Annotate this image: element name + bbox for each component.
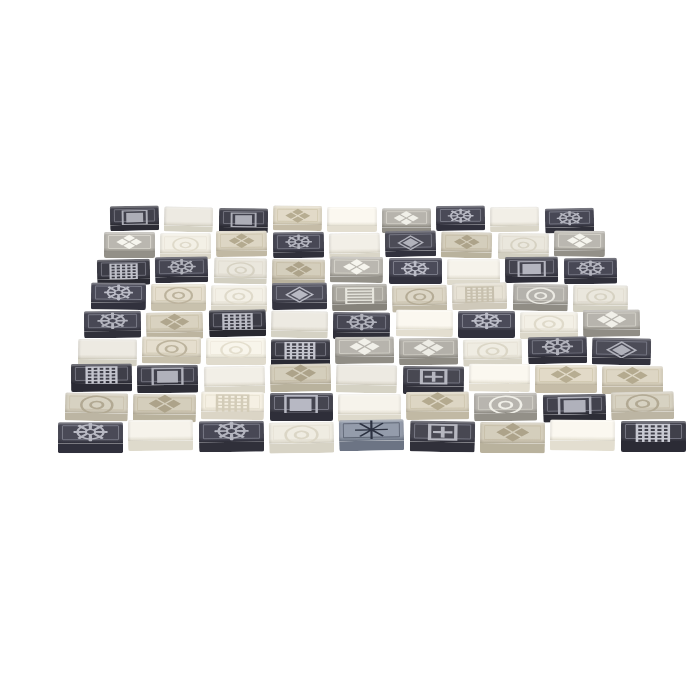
cream-etched-circle-pattern-icon: ◎ — [403, 285, 437, 306]
tile-top-face: ❖ — [270, 363, 332, 384]
tile-top-face: ◎ — [214, 258, 268, 279]
tile-top-face: ☸ — [58, 422, 123, 443]
tile-top-face: ◎ — [463, 339, 523, 360]
tile-top-face: ◎ — [573, 285, 629, 305]
tile-r8c2-cream-etched-ornate: ❖ — [133, 394, 197, 423]
tile-r4c7-white-dots-etched: ▦ — [452, 282, 508, 310]
tile-r1c4-cream-etched-ornate: ❖ — [273, 206, 323, 231]
mosaic-row-2: ❖◎❖☸◈❖◎❖ — [104, 232, 606, 258]
tile-top-face: ☸ — [199, 421, 265, 443]
cream-etched-ornate-pattern-icon: ❖ — [282, 259, 315, 279]
tile-top-face — [336, 364, 398, 385]
tile-top-face: ❖ — [133, 394, 197, 415]
tile-r1c1-dark-ornate-square: ▣ — [110, 205, 160, 231]
tile-top-face: ❖ — [335, 337, 395, 358]
tile-r3c1-dark-dots-grid: ▦ — [97, 259, 151, 286]
cream-etched-ornate-pattern-icon: ❖ — [418, 392, 458, 413]
tile-r2c2-white-faint-etched: ◎ — [160, 233, 211, 259]
gray-etched-ornate-pattern-icon: ❖ — [346, 337, 383, 358]
mosaic-row-3: ▦☸◎❖❖☸▣☸ — [97, 258, 617, 284]
gray-etched-ornate-pattern-icon: ❖ — [410, 338, 447, 359]
tile-r7c8-cream-etched-ornate: ❖ — [535, 365, 596, 393]
cream-etched-circle-pattern-icon: ◎ — [162, 284, 195, 304]
tile-top-face: ☸ — [389, 258, 442, 278]
tile-top-face: ◎ — [520, 312, 577, 332]
tile-r6c4-dark-dots-grid: ▦ — [271, 339, 330, 366]
tile-r3c3-white-faint-etched: ◎ — [213, 258, 267, 285]
dark-diagonal-eye-pattern-icon: ◈ — [606, 337, 638, 358]
tile-r8c8-dark-ornate-square: ▣ — [543, 394, 607, 423]
tile-top-face: ◎ — [392, 285, 448, 306]
tile-top-face: ▣ — [137, 365, 199, 386]
white-faint-etched-pattern-icon: ◎ — [170, 233, 201, 253]
tile-r7c9-cream-etched-ornate: ❖ — [602, 366, 663, 394]
mosaic-row-4: ☸◎◎◈▤◎▦◎◎ — [91, 284, 629, 311]
tile-r4c6-cream-etched-circle: ◎ — [392, 285, 448, 313]
tile-top-face — [128, 420, 194, 442]
tile-r5c5-dark-medallion: ☸ — [333, 312, 391, 339]
tile-r9c2-white-plain — [128, 420, 194, 452]
mosaic-row-8: ◎❖▦▣❖◎▣◎ — [65, 393, 675, 421]
tile-top-face: ◎ — [151, 284, 206, 304]
dark-medallion-pattern-icon: ☸ — [399, 258, 432, 278]
tile-top-face: ⊞ — [410, 420, 476, 442]
gray-etched-medallion-pattern-icon: ◎ — [487, 393, 526, 414]
tile-r8c3-white-dots-etched: ▦ — [201, 392, 265, 421]
tile-top-face: ❖ — [146, 312, 204, 333]
dark-dots-grid-pattern-icon: ▦ — [632, 421, 675, 442]
tile-r6c7-white-faint-etched: ◎ — [463, 339, 523, 367]
tile-top-face: ☸ — [84, 311, 142, 331]
tile-r1c5-white-plain — [327, 207, 376, 232]
tile-top-face: ◎ — [498, 233, 550, 253]
dark-medallion-pattern-icon: ☸ — [165, 256, 199, 277]
mosaic-board: ▣▣❖❖☸☸❖◎❖☸◈❖◎❖▦☸◎❖❖☸▣☸☸◎◎◈▤◎▦◎◎☸❖▦☸☸◎❖◎◎… — [0, 0, 700, 700]
gray-etched-medallion-pattern-icon: ◎ — [524, 284, 558, 305]
tile-top-face — [550, 420, 616, 442]
tile-top-face: ❖ — [406, 392, 470, 413]
dark-dots-grid-pattern-icon: ▦ — [82, 364, 122, 385]
tile-r7c7-white-plain — [469, 364, 531, 393]
tile-top-face: ☸ — [272, 232, 324, 252]
white-dots-etched-pattern-icon: ▦ — [462, 282, 498, 303]
white-faint-etched-pattern-icon: ◎ — [224, 258, 257, 279]
tile-r5c9-gray-etched-ornate: ❖ — [583, 310, 641, 337]
tile-top-face — [271, 311, 329, 332]
mosaic-row-7: ▦▣❖⊞❖❖ — [71, 365, 663, 393]
tile-r3c4-cream-etched-ornate: ❖ — [272, 259, 326, 285]
tile-top-face: ☸ — [544, 208, 594, 228]
cream-etched-circle-pattern-icon: ◎ — [154, 337, 190, 358]
gray-etched-ornate-pattern-icon: ❖ — [564, 231, 596, 251]
white-faint-etched-pattern-icon: ◎ — [508, 233, 539, 253]
dark-ornate-square-pattern-icon: ▣ — [514, 257, 549, 277]
tile-r7c2-dark-ornate-square: ▣ — [137, 365, 199, 394]
tile-top-face — [396, 310, 454, 330]
tile-top-face: ◎ — [211, 285, 266, 305]
tile-r7c5-white-plain — [336, 364, 398, 393]
tile-top-face: ☸ — [528, 336, 588, 357]
tile-top-face: ▤ — [332, 284, 388, 304]
tile-r7c6-dark-square-frame: ⊞ — [403, 366, 465, 395]
mosaic-row-1: ▣▣❖❖☸☸ — [110, 207, 594, 232]
tile-r3c8-dark-ornate-square: ▣ — [505, 257, 559, 283]
cream-etched-ornate-pattern-icon: ❖ — [282, 363, 320, 384]
dark-square-frame-pattern-icon: ⊞ — [423, 420, 461, 442]
tile-r5c4-white-plain — [271, 311, 329, 339]
tile-r9c9-dark-dots-grid: ▦ — [621, 421, 686, 452]
tile-top-face — [203, 366, 265, 387]
tile-r7c4-cream-etched-ornate: ❖ — [270, 363, 332, 392]
dark-diagonal-eye-pattern-icon: ◈ — [397, 231, 424, 251]
cream-etched-ornate-pattern-icon: ❖ — [451, 232, 483, 252]
tile-r7c1-dark-dots-grid: ▦ — [71, 364, 133, 393]
dark-ornate-square-pattern-icon: ▣ — [280, 393, 322, 413]
white-faint-etched-pattern-icon: ◎ — [584, 285, 617, 305]
tile-r8c4-dark-ornate-square: ▣ — [270, 393, 333, 421]
tile-r2c8-white-faint-etched: ◎ — [498, 233, 550, 259]
dark-medallion-pattern-icon: ☸ — [344, 312, 380, 332]
tile-r1c7-dark-medallion: ☸ — [436, 206, 486, 231]
tile-top-face: ▣ — [543, 394, 607, 415]
tile-r1c3-dark-ornate-square: ▣ — [219, 208, 269, 233]
tile-top-face: ☸ — [333, 312, 391, 332]
tile-top-face: ▦ — [452, 282, 508, 303]
white-faint-etched-pattern-icon: ◎ — [532, 312, 567, 332]
tile-top-face: ❖ — [330, 257, 384, 277]
tile-r4c2-cream-etched-circle: ◎ — [151, 284, 206, 311]
tile-top-face: ▦ — [208, 309, 266, 330]
dark-dots-grid-pattern-icon: ▦ — [218, 309, 256, 330]
tile-top-face: ❖ — [216, 231, 268, 251]
tile-r1c2-white-plain — [164, 207, 214, 233]
dark-dots-grid-pattern-icon: ▦ — [281, 339, 320, 359]
gray-etched-ornate-pattern-icon: ❖ — [113, 232, 144, 252]
tile-r8c1-cream-etched-circle: ◎ — [64, 392, 128, 421]
tile-r3c7-white-plain — [447, 259, 500, 285]
tile-r5c8-white-faint-etched: ◎ — [520, 312, 577, 339]
tile-r9c8-white-plain — [550, 420, 616, 452]
tile-r8c5-white-plain — [338, 394, 401, 422]
tile-r2c3-cream-etched-ornate: ❖ — [216, 231, 268, 257]
dark-ornate-square-pattern-icon: ▣ — [227, 208, 259, 227]
tile-r6c2-cream-etched-circle: ◎ — [142, 337, 202, 365]
tile-top-face: ▦ — [621, 421, 686, 442]
tile-top-face: ◎ — [142, 337, 202, 358]
tile-r7c3-white-plain — [203, 366, 265, 395]
white-faint-etched-pattern-icon: ◎ — [222, 285, 255, 305]
tile-top-face: ❖ — [441, 232, 493, 253]
tile-top-face: ▦ — [201, 392, 265, 413]
dark-dots-grid-pattern-icon: ▦ — [106, 259, 141, 280]
tile-top-face: ☸ — [155, 256, 209, 277]
tile-top-face — [469, 364, 531, 385]
tile-top-face: ⊞ — [403, 366, 465, 387]
tile-top-face: ◎ — [206, 338, 265, 358]
tile-r4c9-white-faint-etched: ◎ — [573, 285, 629, 312]
white-faint-etched-pattern-icon: ◎ — [282, 422, 322, 444]
gray-etched-ornate-pattern-icon: ❖ — [391, 208, 421, 227]
dark-medallion-pattern-icon: ☸ — [574, 258, 607, 278]
tile-top-face: ▦ — [71, 364, 133, 385]
tile-r5c6-white-plain — [396, 310, 454, 337]
tile-r2c6-dark-diagonal-eye: ◈ — [385, 230, 437, 257]
tile-top-face: ◎ — [611, 391, 675, 412]
dark-diagonal-eye-pattern-icon: ◈ — [284, 283, 313, 303]
tile-top-face: ▣ — [505, 257, 559, 277]
tile-top-face: ◎ — [64, 392, 128, 413]
tile-r4c3-white-faint-etched: ◎ — [211, 285, 266, 312]
tile-r8c7-gray-etched-medallion: ◎ — [474, 393, 538, 422]
tile-r6c6-gray-etched-ornate: ❖ — [399, 338, 459, 366]
tile-r9c5-bluegray-rosette: ✳ — [339, 419, 405, 451]
tile-top-face — [77, 339, 137, 360]
tile-top-face — [447, 259, 500, 279]
cream-etched-circle-pattern-icon: ◎ — [77, 392, 116, 413]
dark-medallion-pattern-icon: ☸ — [211, 421, 252, 443]
tile-r5c2-cream-etched-ornate: ❖ — [146, 312, 204, 340]
tile-r2c1-gray-etched-ornate: ❖ — [104, 232, 155, 258]
cream-etched-ornate-pattern-icon: ❖ — [547, 365, 585, 385]
tile-top-face: ❖ — [382, 208, 431, 227]
cream-etched-ornate-pattern-icon: ❖ — [282, 206, 313, 225]
mosaic-row-5: ☸❖▦☸☸◎❖ — [84, 311, 640, 338]
tile-top-face: ☸ — [90, 283, 146, 303]
tile-top-face: ▣ — [219, 208, 268, 227]
dark-medallion-pattern-icon: ☸ — [469, 311, 505, 331]
tile-r9c7-cream-etched-ornate: ❖ — [480, 422, 546, 454]
tile-r6c5-gray-etched-ornate: ❖ — [335, 337, 395, 365]
dark-medallion-pattern-icon: ☸ — [282, 232, 314, 252]
tile-top-face: ☸ — [436, 206, 485, 225]
tile-r8c6-cream-etched-ornate: ❖ — [406, 392, 470, 421]
tile-top-face — [338, 394, 401, 414]
tile-top-face: ❖ — [602, 366, 663, 386]
dark-square-frame-pattern-icon: ⊞ — [416, 366, 451, 387]
tile-r3c5-gray-etched-ornate: ❖ — [330, 257, 384, 283]
tile-r6c1-white-plain — [77, 339, 137, 367]
tile-top-face: ❖ — [583, 310, 641, 330]
tile-top-face: ◎ — [160, 233, 211, 253]
cream-etched-circle-pattern-icon: ◎ — [623, 391, 662, 412]
dark-medallion-pattern-icon: ☸ — [445, 206, 476, 225]
tile-r3c9-dark-medallion: ☸ — [564, 258, 618, 284]
tile-r2c7-cream-etched-ornate: ❖ — [441, 232, 493, 259]
bluegray-rosette-pattern-icon: ✳ — [353, 419, 391, 441]
tile-top-face — [327, 207, 376, 226]
cream-etched-ornate-pattern-icon: ❖ — [226, 231, 258, 251]
tile-top-face — [329, 233, 381, 254]
tile-top-face: ☸ — [458, 311, 515, 331]
tile-r3c2-dark-medallion: ☸ — [155, 256, 209, 283]
cream-etched-ornate-pattern-icon: ❖ — [145, 394, 185, 415]
tile-r4c8-gray-etched-medallion: ◎ — [513, 284, 569, 312]
tile-r8c9-cream-etched-circle: ◎ — [611, 391, 675, 420]
tile-top-face — [164, 207, 214, 227]
tile-top-face: ▣ — [110, 205, 160, 225]
tile-top-face: ❖ — [399, 338, 459, 359]
tile-top-face: ◎ — [474, 393, 538, 414]
gray-etched-ornate-pattern-icon: ❖ — [340, 257, 373, 277]
tile-top-face: ❖ — [535, 365, 596, 385]
tile-top-face: ❖ — [104, 232, 155, 252]
tile-top-face — [490, 207, 539, 226]
mosaic-row-9: ☸☸◎✳⊞❖▦ — [58, 421, 686, 452]
tile-r9c1-dark-medallion: ☸ — [58, 422, 123, 453]
tile-top-face: ❖ — [480, 422, 546, 444]
tile-r2c4-dark-medallion: ☸ — [272, 232, 324, 258]
tile-top-face: ❖ — [273, 206, 322, 225]
cream-etched-ornate-pattern-icon: ❖ — [613, 366, 651, 386]
tile-r4c5-gray-greek-key: ▤ — [332, 284, 388, 311]
tile-top-face: ◈ — [592, 337, 652, 358]
tile-r5c7-dark-medallion: ☸ — [458, 311, 515, 338]
tile-r3c6-dark-medallion: ☸ — [389, 258, 442, 284]
tile-r1c8-white-plain — [490, 207, 540, 232]
tile-top-face: ◎ — [269, 422, 335, 444]
gray-etched-ornate-pattern-icon: ❖ — [593, 310, 629, 330]
tile-r9c3-dark-medallion: ☸ — [199, 421, 265, 453]
gray-greek-key-pattern-icon: ▤ — [341, 284, 377, 304]
dark-medallion-pattern-icon: ☸ — [539, 336, 576, 357]
dark-medallion-pattern-icon: ☸ — [95, 311, 131, 331]
tile-r5c1-dark-medallion: ☸ — [84, 311, 142, 338]
tile-r2c9-gray-etched-ornate: ❖ — [554, 231, 606, 257]
mosaic-row-6: ◎◎▦❖❖◎☸◈ — [78, 338, 652, 365]
cream-etched-ornate-pattern-icon: ❖ — [492, 422, 533, 444]
mosaic-product-photo: ▣▣❖❖☸☸❖◎❖☸◈❖◎❖▦☸◎❖❖☸▣☸☸◎◎◈▤◎▦◎◎☸❖▦☸☸◎❖◎◎… — [0, 0, 700, 700]
tile-top-face: ▦ — [271, 339, 330, 359]
white-dots-etched-pattern-icon: ▦ — [212, 392, 254, 413]
tile-r6c3-white-faint-etched: ◎ — [206, 338, 265, 365]
tile-r5c3-dark-dots-grid: ▦ — [208, 309, 266, 337]
tile-top-face: ❖ — [272, 259, 326, 279]
tile-top-face: ▣ — [270, 393, 333, 413]
tile-r4c4-dark-diagonal-eye: ◈ — [271, 283, 327, 310]
tile-r9c6-dark-square-frame: ⊞ — [409, 420, 475, 452]
dark-ornate-square-pattern-icon: ▣ — [148, 365, 188, 386]
white-faint-etched-pattern-icon: ◎ — [218, 338, 254, 358]
white-faint-etched-pattern-icon: ◎ — [475, 339, 511, 360]
cream-etched-ornate-pattern-icon: ❖ — [157, 312, 193, 333]
tile-top-face: ❖ — [554, 231, 606, 251]
tile-r9c4-white-faint-etched: ◎ — [269, 422, 335, 454]
tile-top-face: ◈ — [385, 230, 437, 251]
tile-top-face: ◎ — [513, 284, 569, 305]
tile-r4c1-dark-medallion: ☸ — [90, 283, 146, 310]
dark-medallion-pattern-icon: ☸ — [554, 208, 585, 228]
dark-medallion-pattern-icon: ☸ — [71, 422, 111, 443]
tile-top-face: ▦ — [97, 259, 151, 280]
tile-r6c8-dark-medallion: ☸ — [528, 336, 588, 364]
tile-top-face: ☸ — [564, 258, 618, 278]
tile-r2c5-white-plain — [329, 233, 381, 260]
tile-r6c9-dark-diagonal-eye: ◈ — [592, 337, 652, 365]
dark-ornate-square-pattern-icon: ▣ — [553, 394, 595, 415]
dark-ornate-square-pattern-icon: ▣ — [118, 206, 150, 226]
tile-top-face: ◈ — [271, 283, 327, 303]
dark-medallion-pattern-icon: ☸ — [101, 283, 135, 303]
tile-r1c6-gray-etched-ornate: ❖ — [382, 208, 431, 233]
tile-top-face: ✳ — [339, 419, 405, 441]
